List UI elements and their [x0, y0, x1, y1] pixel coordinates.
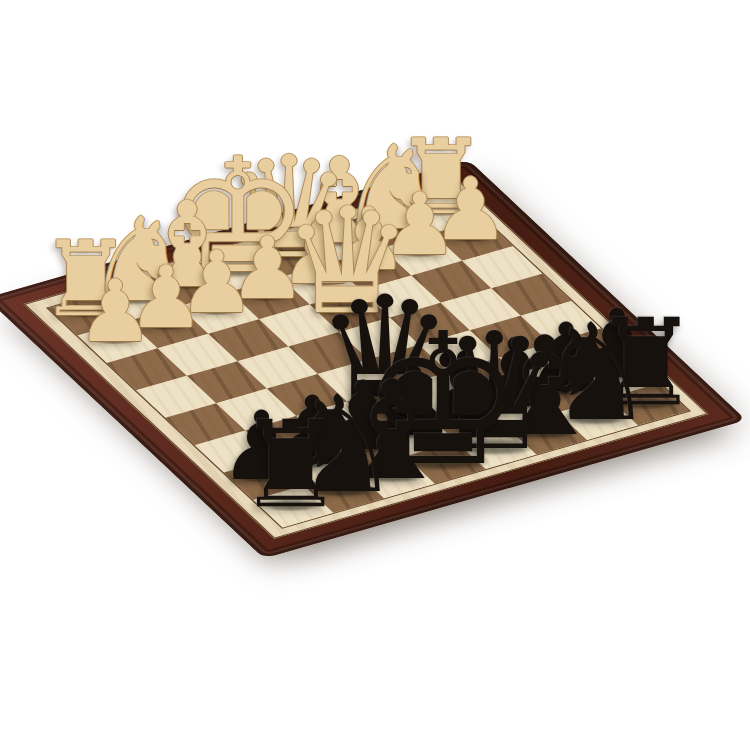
chess-board — [0, 160, 746, 559]
board-playing-field — [46, 190, 691, 529]
chess-set-photo: ♜♞♟♝♟♛♟♚♟♝♟♞♛♟♜♟♟♟♟♜♟♛♞♟♝♟♛♟♚♟♝♟♞♜ — [0, 0, 750, 750]
board-maple-border — [23, 179, 708, 539]
board-frame-molding — [0, 160, 746, 559]
